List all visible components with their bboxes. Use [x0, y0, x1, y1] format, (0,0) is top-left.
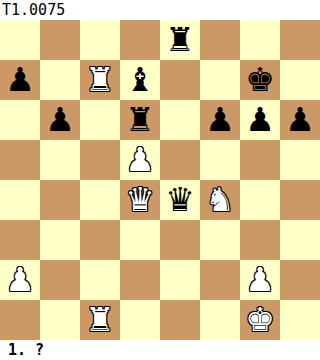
chess-board: ♜♟♜♝♚♟♜♟♟♟♟♛♛♞♟♟♜♚ [0, 20, 320, 340]
square-e5[interactable] [160, 140, 200, 180]
square-c6[interactable] [80, 100, 120, 140]
square-b4[interactable] [40, 180, 80, 220]
square-e7[interactable] [160, 60, 200, 100]
square-h2[interactable] [280, 260, 320, 300]
puzzle-title-bar: T1.0075 [0, 0, 320, 20]
square-a8[interactable] [0, 20, 40, 60]
square-d2[interactable] [120, 260, 160, 300]
square-d5[interactable]: ♟ [120, 140, 160, 180]
square-b6[interactable]: ♟ [40, 100, 80, 140]
white-pawn-g2[interactable]: ♟ [245, 260, 275, 300]
black-rook-d6[interactable]: ♜ [125, 100, 155, 140]
square-c4[interactable] [80, 180, 120, 220]
square-a3[interactable] [0, 220, 40, 260]
square-h7[interactable] [280, 60, 320, 100]
square-f3[interactable] [200, 220, 240, 260]
white-king-g1[interactable]: ♚ [245, 300, 275, 340]
square-h4[interactable] [280, 180, 320, 220]
square-h8[interactable] [280, 20, 320, 60]
move-prompt: 1. ? [0, 341, 44, 359]
square-a5[interactable] [0, 140, 40, 180]
black-bishop-d7[interactable]: ♝ [125, 60, 155, 100]
square-g6[interactable]: ♟ [240, 100, 280, 140]
white-pawn-a2[interactable]: ♟ [5, 260, 35, 300]
square-a7[interactable]: ♟ [0, 60, 40, 100]
white-pawn-d5[interactable]: ♟ [125, 140, 155, 180]
square-f7[interactable] [200, 60, 240, 100]
square-d7[interactable]: ♝ [120, 60, 160, 100]
square-e4[interactable]: ♛ [160, 180, 200, 220]
square-e2[interactable] [160, 260, 200, 300]
black-king-g7[interactable]: ♚ [245, 60, 275, 100]
square-e8[interactable]: ♜ [160, 20, 200, 60]
puzzle-id: T1.0075 [0, 1, 65, 19]
square-f2[interactable] [200, 260, 240, 300]
square-d3[interactable] [120, 220, 160, 260]
square-e3[interactable] [160, 220, 200, 260]
square-h1[interactable] [280, 300, 320, 340]
square-b5[interactable] [40, 140, 80, 180]
square-b3[interactable] [40, 220, 80, 260]
square-d1[interactable] [120, 300, 160, 340]
square-d6[interactable]: ♜ [120, 100, 160, 140]
black-pawn-g6[interactable]: ♟ [245, 100, 275, 140]
square-a1[interactable] [0, 300, 40, 340]
white-queen-d4[interactable]: ♛ [125, 180, 155, 220]
square-f6[interactable]: ♟ [200, 100, 240, 140]
black-pawn-h6[interactable]: ♟ [285, 100, 315, 140]
white-rook-c1[interactable]: ♜ [85, 300, 115, 340]
square-g3[interactable] [240, 220, 280, 260]
square-a2[interactable]: ♟ [0, 260, 40, 300]
square-a6[interactable] [0, 100, 40, 140]
black-pawn-f6[interactable]: ♟ [205, 100, 235, 140]
square-c1[interactable]: ♜ [80, 300, 120, 340]
square-h6[interactable]: ♟ [280, 100, 320, 140]
square-d4[interactable]: ♛ [120, 180, 160, 220]
square-g4[interactable] [240, 180, 280, 220]
square-c8[interactable] [80, 20, 120, 60]
square-e6[interactable] [160, 100, 200, 140]
square-g7[interactable]: ♚ [240, 60, 280, 100]
square-f5[interactable] [200, 140, 240, 180]
square-a4[interactable] [0, 180, 40, 220]
square-b2[interactable] [40, 260, 80, 300]
move-prompt-bar: 1. ? [0, 340, 320, 360]
square-f4[interactable]: ♞ [200, 180, 240, 220]
black-queen-e4[interactable]: ♛ [165, 180, 195, 220]
square-b7[interactable] [40, 60, 80, 100]
square-g8[interactable] [240, 20, 280, 60]
square-f1[interactable] [200, 300, 240, 340]
square-f8[interactable] [200, 20, 240, 60]
square-c5[interactable] [80, 140, 120, 180]
black-rook-e8[interactable]: ♜ [165, 20, 195, 60]
square-g1[interactable]: ♚ [240, 300, 280, 340]
square-h3[interactable] [280, 220, 320, 260]
square-c7[interactable]: ♜ [80, 60, 120, 100]
square-b8[interactable] [40, 20, 80, 60]
square-g5[interactable] [240, 140, 280, 180]
square-c3[interactable] [80, 220, 120, 260]
black-pawn-a7[interactable]: ♟ [5, 60, 35, 100]
square-e1[interactable] [160, 300, 200, 340]
black-pawn-b6[interactable]: ♟ [45, 100, 75, 140]
square-d8[interactable] [120, 20, 160, 60]
white-rook-c7[interactable]: ♜ [85, 60, 115, 100]
square-h5[interactable] [280, 140, 320, 180]
square-g2[interactable]: ♟ [240, 260, 280, 300]
square-c2[interactable] [80, 260, 120, 300]
square-b1[interactable] [40, 300, 80, 340]
white-knight-f4[interactable]: ♞ [205, 180, 235, 220]
